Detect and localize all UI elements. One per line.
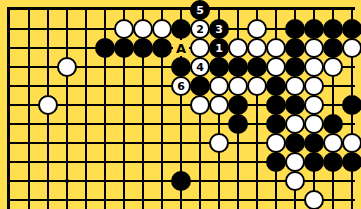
black-stone	[285, 19, 305, 39]
move-number-label: 2	[196, 24, 204, 35]
black-stone	[266, 152, 286, 172]
white-stone	[342, 133, 361, 153]
black-stone	[152, 38, 172, 58]
black-stone	[285, 57, 305, 77]
black-stone-move-5: 5	[190, 0, 210, 20]
black-stone	[285, 95, 305, 115]
white-stone	[247, 76, 267, 96]
black-stone	[247, 57, 267, 77]
grid-line-vertical	[28, 7, 30, 209]
black-stone	[342, 95, 361, 115]
white-stone	[304, 190, 324, 209]
move-number-label: 6	[177, 81, 185, 92]
black-stone	[304, 152, 324, 172]
black-stone	[228, 57, 248, 77]
black-stone	[323, 38, 343, 58]
grid-line-vertical	[85, 7, 87, 209]
black-stone	[228, 95, 248, 115]
move-number-label: 3	[215, 24, 223, 35]
black-stone	[171, 19, 191, 39]
black-stone	[323, 152, 343, 172]
move-number-label: 1	[215, 43, 223, 54]
white-stone	[209, 76, 229, 96]
white-stone	[304, 76, 324, 96]
white-stone	[304, 57, 324, 77]
white-stone	[38, 95, 58, 115]
white-stone	[152, 19, 172, 39]
white-stone	[247, 38, 267, 58]
white-stone	[247, 19, 267, 39]
white-stone	[209, 133, 229, 153]
white-stone-move-4: 4	[190, 57, 210, 77]
black-stone-move-3: 3	[209, 19, 229, 39]
board-left-border	[7, 7, 10, 209]
star-point	[65, 179, 69, 183]
go-board: A523146	[0, 0, 361, 209]
white-stone	[304, 114, 324, 134]
black-stone	[285, 133, 305, 153]
white-stone	[285, 171, 305, 191]
white-stone	[266, 57, 286, 77]
black-stone	[209, 57, 229, 77]
white-stone	[323, 57, 343, 77]
white-stone-move-2: 2	[190, 19, 210, 39]
white-stone	[342, 38, 361, 58]
white-stone	[323, 133, 343, 153]
white-stone	[190, 38, 210, 58]
white-stone	[304, 38, 324, 58]
white-stone	[57, 57, 77, 77]
black-stone	[304, 19, 324, 39]
board-top-border	[7, 7, 355, 10]
white-stone	[285, 114, 305, 134]
white-stone	[190, 95, 210, 115]
white-stone	[266, 38, 286, 58]
white-stone	[209, 95, 229, 115]
white-stone	[114, 19, 134, 39]
black-stone	[266, 95, 286, 115]
white-stone	[285, 76, 305, 96]
move-number-label: 5	[196, 5, 204, 16]
black-stone	[114, 38, 134, 58]
white-stone	[285, 152, 305, 172]
black-stone	[285, 38, 305, 58]
black-stone	[133, 38, 153, 58]
black-stone	[304, 133, 324, 153]
black-stone	[171, 171, 191, 191]
black-stone	[323, 114, 343, 134]
white-stone	[133, 19, 153, 39]
black-stone-move-1: 1	[209, 38, 229, 58]
white-stone	[304, 95, 324, 115]
black-stone	[171, 57, 191, 77]
grid-line-horizontal	[7, 199, 355, 201]
black-stone	[342, 19, 361, 39]
move-number-label: 4	[196, 62, 204, 73]
white-stone	[228, 38, 248, 58]
black-stone	[266, 76, 286, 96]
black-stone	[323, 19, 343, 39]
point-label-A: A	[173, 40, 189, 56]
black-stone	[190, 76, 210, 96]
black-stone	[266, 114, 286, 134]
white-stone	[228, 76, 248, 96]
white-stone-move-6: 6	[171, 76, 191, 96]
black-stone	[228, 114, 248, 134]
white-stone	[266, 133, 286, 153]
black-stone	[95, 38, 115, 58]
black-stone	[342, 152, 361, 172]
